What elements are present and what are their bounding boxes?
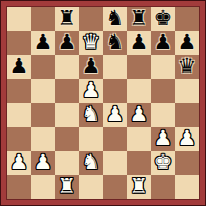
square-b6[interactable] — [31, 55, 55, 79]
piece-black-pawn: ♟ — [7, 55, 31, 79]
square-d6[interactable]: ♟ — [79, 55, 103, 79]
piece-black-rook: ♜ — [127, 7, 151, 31]
piece-black-king: ♚ — [151, 7, 175, 31]
piece-white-rook: ♜ — [55, 175, 79, 199]
piece-white-pawn: ♟ — [79, 79, 103, 103]
square-c5[interactable] — [55, 79, 79, 103]
piece-black-queen: ♛ — [175, 55, 199, 79]
square-a4[interactable] — [7, 103, 31, 127]
square-a6[interactable]: ♟ — [7, 55, 31, 79]
piece-white-pawn: ♟ — [175, 127, 199, 151]
chess-board-frame: ♜♞♜♚♟♟♛♞♟♟♟♟♟♛♟♞♟♟♟♟♟♟♞♚♜♜ — [0, 0, 206, 206]
square-f7[interactable]: ♟ — [127, 31, 151, 55]
piece-white-pawn: ♟ — [151, 127, 175, 151]
square-c8[interactable]: ♜ — [55, 7, 79, 31]
piece-black-knight: ♞ — [103, 7, 127, 31]
square-e3[interactable] — [103, 127, 127, 151]
square-h6[interactable]: ♛ — [175, 55, 199, 79]
square-f3[interactable] — [127, 127, 151, 151]
square-e8[interactable]: ♞ — [103, 7, 127, 31]
square-h4[interactable] — [175, 103, 199, 127]
piece-black-pawn: ♟ — [151, 31, 175, 55]
square-g1[interactable] — [151, 175, 175, 199]
square-e4[interactable]: ♟ — [103, 103, 127, 127]
square-a8[interactable] — [7, 7, 31, 31]
square-f5[interactable] — [127, 79, 151, 103]
square-b3[interactable] — [31, 127, 55, 151]
piece-black-pawn: ♟ — [79, 55, 103, 79]
piece-white-rook: ♜ — [127, 175, 151, 199]
piece-white-pawn: ♟ — [31, 151, 55, 175]
square-c7[interactable]: ♟ — [55, 31, 79, 55]
piece-black-pawn: ♟ — [55, 31, 79, 55]
square-d2[interactable]: ♞ — [79, 151, 103, 175]
square-e2[interactable] — [103, 151, 127, 175]
square-d7[interactable]: ♛ — [79, 31, 103, 55]
square-c3[interactable] — [55, 127, 79, 151]
square-a7[interactable] — [7, 31, 31, 55]
square-b5[interactable] — [31, 79, 55, 103]
square-h5[interactable] — [175, 79, 199, 103]
square-d8[interactable] — [79, 7, 103, 31]
square-h7[interactable]: ♟ — [175, 31, 199, 55]
square-b4[interactable] — [31, 103, 55, 127]
square-h2[interactable] — [175, 151, 199, 175]
piece-white-king: ♚ — [151, 151, 175, 175]
square-g4[interactable] — [151, 103, 175, 127]
square-c4[interactable] — [55, 103, 79, 127]
chess-board: ♜♞♜♚♟♟♛♞♟♟♟♟♟♛♟♞♟♟♟♟♟♟♞♚♜♜ — [6, 6, 200, 200]
square-c2[interactable] — [55, 151, 79, 175]
square-g2[interactable]: ♚ — [151, 151, 175, 175]
square-d3[interactable] — [79, 127, 103, 151]
square-g8[interactable]: ♚ — [151, 7, 175, 31]
square-b1[interactable] — [31, 175, 55, 199]
square-a1[interactable] — [7, 175, 31, 199]
square-g5[interactable] — [151, 79, 175, 103]
piece-black-rook: ♜ — [55, 7, 79, 31]
piece-white-pawn: ♟ — [7, 151, 31, 175]
piece-white-knight: ♞ — [79, 151, 103, 175]
square-e7[interactable]: ♞ — [103, 31, 127, 55]
piece-white-pawn: ♟ — [103, 103, 127, 127]
square-g3[interactable]: ♟ — [151, 127, 175, 151]
square-a5[interactable] — [7, 79, 31, 103]
square-e1[interactable] — [103, 175, 127, 199]
square-b7[interactable]: ♟ — [31, 31, 55, 55]
square-e5[interactable] — [103, 79, 127, 103]
piece-white-pawn: ♟ — [127, 103, 151, 127]
piece-white-queen: ♛ — [79, 31, 103, 55]
piece-black-pawn: ♟ — [31, 31, 55, 55]
square-b2[interactable]: ♟ — [31, 151, 55, 175]
square-a3[interactable] — [7, 127, 31, 151]
square-c1[interactable]: ♜ — [55, 175, 79, 199]
square-e6[interactable] — [103, 55, 127, 79]
piece-black-pawn: ♟ — [175, 31, 199, 55]
square-d1[interactable] — [79, 175, 103, 199]
square-f2[interactable] — [127, 151, 151, 175]
square-h3[interactable]: ♟ — [175, 127, 199, 151]
square-c6[interactable] — [55, 55, 79, 79]
square-g6[interactable] — [151, 55, 175, 79]
square-d5[interactable]: ♟ — [79, 79, 103, 103]
square-f8[interactable]: ♜ — [127, 7, 151, 31]
piece-black-knight: ♞ — [103, 31, 127, 55]
square-b8[interactable] — [31, 7, 55, 31]
square-h8[interactable] — [175, 7, 199, 31]
square-g7[interactable]: ♟ — [151, 31, 175, 55]
square-a2[interactable]: ♟ — [7, 151, 31, 175]
square-f6[interactable] — [127, 55, 151, 79]
square-d4[interactable]: ♞ — [79, 103, 103, 127]
piece-white-knight: ♞ — [79, 103, 103, 127]
piece-black-pawn: ♟ — [127, 31, 151, 55]
square-f4[interactable]: ♟ — [127, 103, 151, 127]
square-h1[interactable] — [175, 175, 199, 199]
square-f1[interactable]: ♜ — [127, 175, 151, 199]
